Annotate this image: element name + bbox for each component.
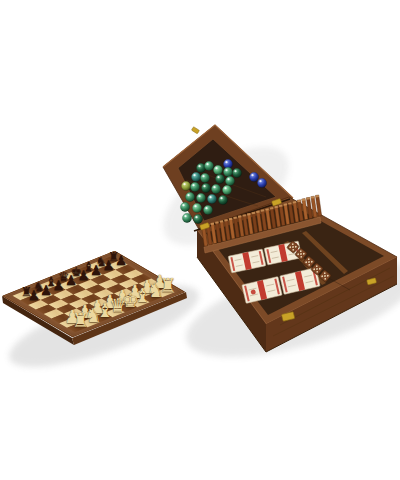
marble-g1 (182, 213, 191, 222)
marble-g1 (204, 161, 213, 170)
scene: { "game": "chess (wooden multi-game comp… (0, 0, 400, 480)
marble-g1 (211, 184, 220, 193)
marble-blue (257, 178, 266, 187)
marble-lime (181, 181, 190, 190)
marble-g1 (190, 182, 199, 191)
marble-g3 (192, 203, 201, 212)
marble-g2 (215, 174, 224, 183)
marble-g2 (193, 214, 202, 223)
marble-teal (191, 172, 200, 181)
marble-g1 (200, 173, 209, 182)
product-photo: ♜♞♝♛♚♝♞♜♟♟♟♟♟♟♟♟♟♟♟♟♟♟♟♟♜♞♝♛♚♝♞♜ (0, 0, 400, 480)
marble-g1 (180, 202, 189, 211)
marble-g1 (185, 192, 194, 201)
marble-g3 (213, 165, 222, 174)
marble-g2 (201, 183, 210, 192)
marble-g1 (196, 193, 205, 202)
marble-blue (249, 172, 258, 181)
marble-g2 (218, 195, 227, 204)
marble-g2 (232, 168, 241, 177)
marble-teal (207, 194, 216, 203)
marble-g1 (203, 205, 212, 214)
lid-corner-brass (191, 127, 199, 134)
marble-g1 (223, 167, 232, 176)
marble-g1 (225, 176, 234, 185)
game-box-illustration (0, 0, 400, 480)
marble-g3 (222, 185, 231, 194)
